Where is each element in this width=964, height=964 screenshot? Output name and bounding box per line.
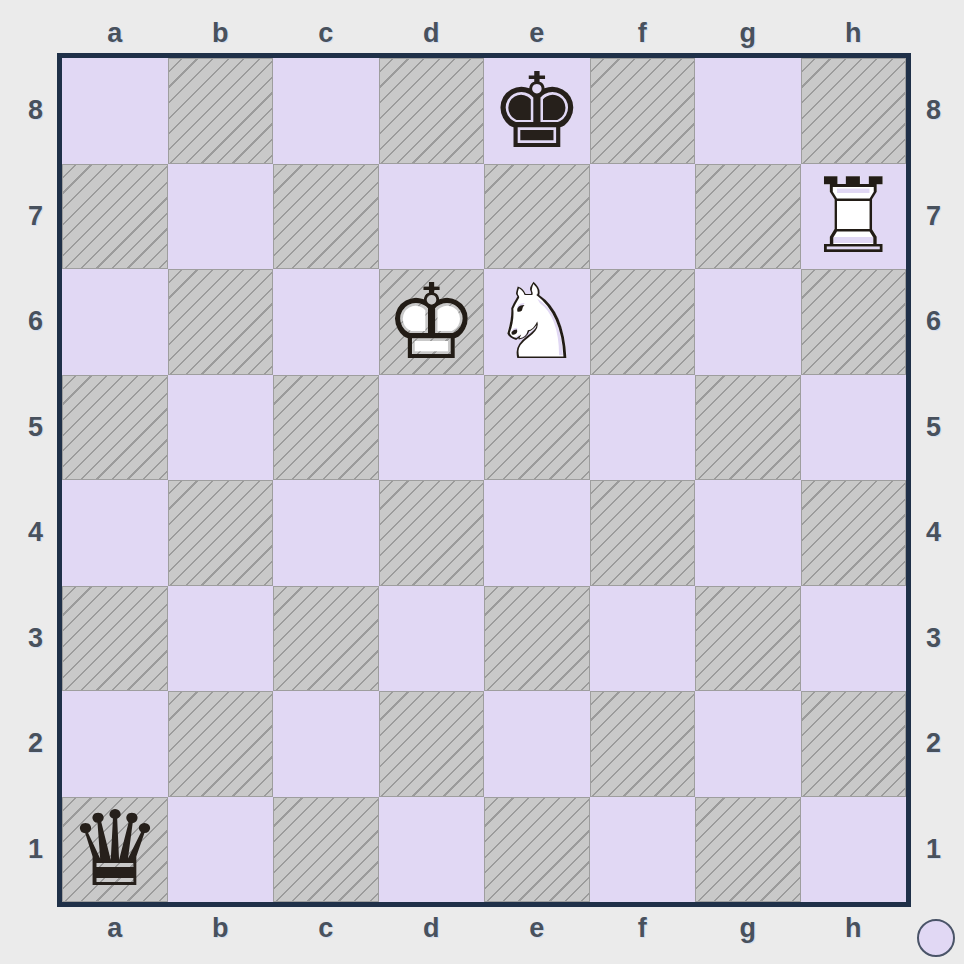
square-h4[interactable] — [801, 480, 907, 586]
rank-label-8: 8 — [926, 95, 941, 126]
file-label-c: c — [318, 913, 333, 944]
square-f2[interactable] — [590, 691, 696, 797]
square-e2[interactable] — [484, 691, 590, 797]
piece-white-rook[interactable]: ♜♖ — [801, 164, 907, 270]
rank-label-7: 7 — [926, 201, 941, 232]
rank-labels-right: 87654321 — [911, 58, 964, 902]
file-label-g: g — [740, 913, 757, 944]
piece-white-knight[interactable]: ♞♘ — [484, 269, 590, 375]
square-d8[interactable] — [379, 58, 485, 164]
white-king-outline-glyph: ♔ — [379, 269, 485, 375]
square-e1[interactable] — [484, 797, 590, 903]
square-b6[interactable] — [168, 269, 274, 375]
square-c3[interactable] — [273, 586, 379, 692]
piece-white-king[interactable]: ♚♔ — [379, 269, 485, 375]
square-g5[interactable] — [695, 375, 801, 481]
file-labels-top: abcdefgh — [62, 0, 906, 53]
square-e3[interactable] — [484, 586, 590, 692]
square-h2[interactable] — [801, 691, 907, 797]
rank-label-6: 6 — [28, 306, 43, 337]
square-f6[interactable] — [590, 269, 696, 375]
square-d5[interactable] — [379, 375, 485, 481]
rank-label-7: 7 — [28, 201, 43, 232]
square-a7[interactable] — [62, 164, 168, 270]
square-f1[interactable] — [590, 797, 696, 903]
rank-label-4: 4 — [926, 517, 941, 548]
square-h5[interactable] — [801, 375, 907, 481]
file-label-h: h — [845, 913, 862, 944]
square-d4[interactable] — [379, 480, 485, 586]
file-label-f: f — [638, 913, 647, 944]
square-c8[interactable] — [273, 58, 379, 164]
square-g8[interactable] — [695, 58, 801, 164]
square-f3[interactable] — [590, 586, 696, 692]
file-labels-bottom: abcdefgh — [62, 907, 906, 959]
square-e8[interactable]: ♚ — [484, 58, 590, 164]
square-h7[interactable]: ♜♖ — [801, 164, 907, 270]
square-d6[interactable]: ♚♔ — [379, 269, 485, 375]
square-b5[interactable] — [168, 375, 274, 481]
white-to-move-indicator — [917, 919, 955, 957]
square-g3[interactable] — [695, 586, 801, 692]
file-label-c: c — [318, 18, 333, 49]
white-rook-outline-glyph: ♖ — [801, 164, 907, 270]
piece-black-queen[interactable]: ♛ — [62, 797, 168, 903]
square-d3[interactable] — [379, 586, 485, 692]
square-a4[interactable] — [62, 480, 168, 586]
square-f5[interactable] — [590, 375, 696, 481]
rank-label-8: 8 — [28, 95, 43, 126]
rank-label-5: 5 — [28, 412, 43, 443]
file-label-e: e — [529, 18, 544, 49]
square-h8[interactable] — [801, 58, 907, 164]
rank-label-3: 3 — [926, 623, 941, 654]
rank-label-2: 2 — [28, 728, 43, 759]
square-a2[interactable] — [62, 691, 168, 797]
square-a6[interactable] — [62, 269, 168, 375]
square-a3[interactable] — [62, 586, 168, 692]
square-b2[interactable] — [168, 691, 274, 797]
square-d7[interactable] — [379, 164, 485, 270]
square-e7[interactable] — [484, 164, 590, 270]
rank-label-4: 4 — [28, 517, 43, 548]
square-c2[interactable] — [273, 691, 379, 797]
white-knight-outline-glyph: ♘ — [484, 269, 590, 375]
square-d1[interactable] — [379, 797, 485, 903]
file-label-b: b — [212, 913, 229, 944]
rank-label-3: 3 — [28, 623, 43, 654]
file-label-b: b — [212, 18, 229, 49]
piece-black-king[interactable]: ♚ — [484, 58, 590, 164]
square-c6[interactable] — [273, 269, 379, 375]
file-label-a: a — [107, 913, 122, 944]
black-king-glyph: ♚ — [484, 58, 590, 164]
square-h3[interactable] — [801, 586, 907, 692]
square-d2[interactable] — [379, 691, 485, 797]
square-f8[interactable] — [590, 58, 696, 164]
square-b3[interactable] — [168, 586, 274, 692]
rank-label-2: 2 — [926, 728, 941, 759]
file-label-g: g — [740, 18, 757, 49]
square-g2[interactable] — [695, 691, 801, 797]
file-label-d: d — [423, 18, 440, 49]
square-h1[interactable] — [801, 797, 907, 903]
rank-label-1: 1 — [926, 834, 941, 865]
square-h6[interactable] — [801, 269, 907, 375]
square-f4[interactable] — [590, 480, 696, 586]
chess-app-stage: abcdefgh 87654321 ♚♜♖♚♔♞♘♛ 87654321 abcd… — [0, 0, 964, 964]
file-label-e: e — [529, 913, 544, 944]
file-label-f: f — [638, 18, 647, 49]
rank-label-5: 5 — [926, 412, 941, 443]
square-g7[interactable] — [695, 164, 801, 270]
square-a1[interactable]: ♛ — [62, 797, 168, 903]
square-c4[interactable] — [273, 480, 379, 586]
square-b4[interactable] — [168, 480, 274, 586]
square-e6[interactable]: ♞♘ — [484, 269, 590, 375]
square-g4[interactable] — [695, 480, 801, 586]
square-c7[interactable] — [273, 164, 379, 270]
chess-board: ♚♜♖♚♔♞♘♛ — [57, 53, 911, 907]
file-label-h: h — [845, 18, 862, 49]
rank-label-6: 6 — [926, 306, 941, 337]
square-c5[interactable] — [273, 375, 379, 481]
square-c1[interactable] — [273, 797, 379, 903]
square-b7[interactable] — [168, 164, 274, 270]
black-queen-glyph: ♛ — [62, 797, 168, 903]
square-a8[interactable] — [62, 58, 168, 164]
square-b1[interactable] — [168, 797, 274, 903]
file-label-a: a — [107, 18, 122, 49]
rank-labels-left: 87654321 — [0, 58, 57, 902]
rank-label-1: 1 — [28, 834, 43, 865]
square-g1[interactable] — [695, 797, 801, 903]
square-a5[interactable] — [62, 375, 168, 481]
square-e4[interactable] — [484, 480, 590, 586]
square-e5[interactable] — [484, 375, 590, 481]
file-label-d: d — [423, 913, 440, 944]
square-f7[interactable] — [590, 164, 696, 270]
square-g6[interactable] — [695, 269, 801, 375]
square-b8[interactable] — [168, 58, 274, 164]
